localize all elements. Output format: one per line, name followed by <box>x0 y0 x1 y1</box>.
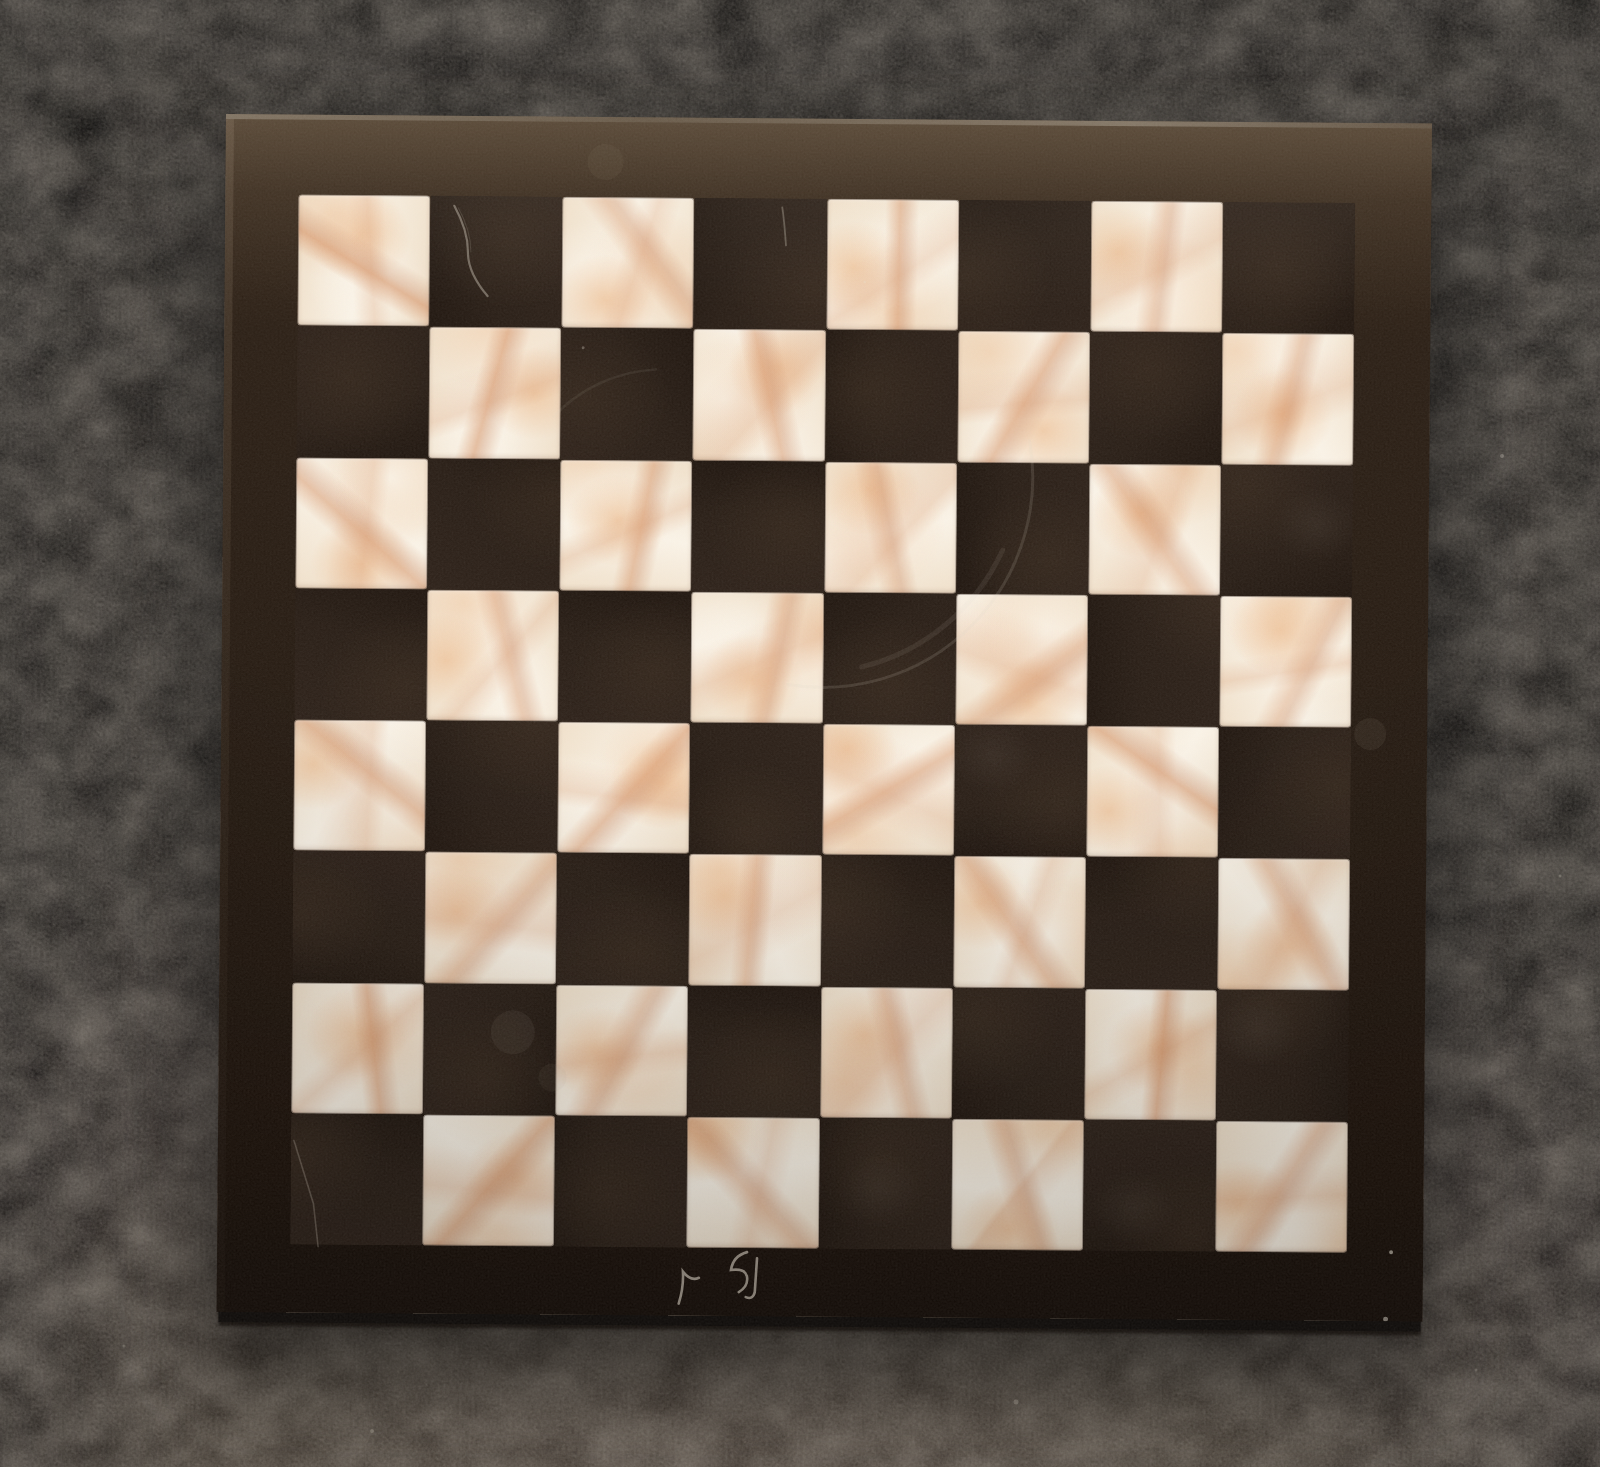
square-f6[interactable] <box>956 462 1089 594</box>
square-h5[interactable] <box>1219 596 1352 728</box>
square-e4[interactable] <box>822 724 955 856</box>
square-h8[interactable] <box>1222 202 1355 334</box>
square-e5[interactable] <box>823 592 956 724</box>
square-g7[interactable] <box>1089 332 1222 464</box>
square-d3[interactable] <box>689 854 822 986</box>
square-h3[interactable] <box>1217 858 1350 990</box>
square-f3[interactable] <box>953 856 1086 988</box>
square-e3[interactable] <box>821 855 954 987</box>
square-b6[interactable] <box>427 458 560 590</box>
square-a4[interactable] <box>293 720 426 852</box>
square-d1[interactable] <box>686 1116 819 1248</box>
square-c2[interactable] <box>555 984 688 1116</box>
square-d8[interactable] <box>694 198 827 330</box>
square-d6[interactable] <box>692 460 825 592</box>
square-c3[interactable] <box>556 853 689 985</box>
square-f7[interactable] <box>957 331 1090 463</box>
square-g1[interactable] <box>1083 1120 1216 1252</box>
square-c5[interactable] <box>558 590 691 722</box>
square-h6[interactable] <box>1220 464 1353 596</box>
square-f1[interactable] <box>951 1118 1084 1250</box>
chalk-scribble-bottom <box>679 1252 757 1305</box>
square-a3[interactable] <box>292 851 425 983</box>
square-b2[interactable] <box>423 983 556 1115</box>
square-f5[interactable] <box>955 593 1088 725</box>
square-g4[interactable] <box>1086 726 1219 858</box>
square-e2[interactable] <box>820 986 953 1118</box>
square-a6[interactable] <box>295 457 428 589</box>
square-g5[interactable] <box>1087 595 1220 727</box>
square-c8[interactable] <box>562 197 695 329</box>
square-b4[interactable] <box>425 721 558 853</box>
square-b3[interactable] <box>424 852 557 984</box>
square-h2[interactable] <box>1216 989 1349 1121</box>
square-b8[interactable] <box>429 196 562 328</box>
square-e7[interactable] <box>825 330 958 462</box>
square-d5[interactable] <box>691 591 824 723</box>
square-b7[interactable] <box>428 327 561 459</box>
square-f2[interactable] <box>952 987 1085 1119</box>
square-c7[interactable] <box>561 328 694 460</box>
square-g8[interactable] <box>1090 201 1223 333</box>
square-c1[interactable] <box>554 1115 687 1247</box>
square-b1[interactable] <box>422 1114 555 1246</box>
square-f8[interactable] <box>958 200 1091 332</box>
square-d4[interactable] <box>690 723 823 855</box>
square-b5[interactable] <box>426 589 559 721</box>
scene <box>0 0 1600 1467</box>
square-d2[interactable] <box>688 985 821 1117</box>
square-a7[interactable] <box>296 326 429 458</box>
square-e6[interactable] <box>824 461 957 593</box>
square-f4[interactable] <box>954 725 1087 857</box>
square-g6[interactable] <box>1088 463 1221 595</box>
square-a5[interactable] <box>294 588 427 720</box>
square-g2[interactable] <box>1084 988 1217 1120</box>
square-e1[interactable] <box>819 1117 952 1249</box>
square-g3[interactable] <box>1085 857 1218 989</box>
board-grid <box>290 195 1355 1253</box>
square-e8[interactable] <box>826 199 959 331</box>
square-c6[interactable] <box>560 459 693 591</box>
square-a2[interactable] <box>291 982 424 1114</box>
square-c4[interactable] <box>557 722 690 854</box>
square-a1[interactable] <box>290 1113 423 1245</box>
chessboard <box>217 114 1432 1321</box>
square-h7[interactable] <box>1221 333 1354 465</box>
square-d7[interactable] <box>693 329 826 461</box>
square-h1[interactable] <box>1215 1121 1348 1253</box>
square-h4[interactable] <box>1218 727 1351 859</box>
square-a8[interactable] <box>297 195 430 327</box>
